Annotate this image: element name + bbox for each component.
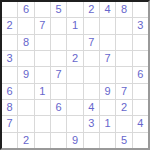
cell-r4c4[interactable] [51, 51, 66, 66]
cell-r9c9[interactable] [133, 133, 148, 148]
cell-r2c7[interactable] [100, 18, 115, 33]
cell-r4c1[interactable]: 3 [2, 51, 17, 66]
cell-r7c1[interactable]: 8 [2, 100, 17, 115]
cell-r5c7[interactable] [100, 67, 115, 82]
cell-r5c4[interactable]: 7 [51, 67, 66, 82]
cell-r3c5[interactable] [67, 35, 82, 50]
cell-r8c3[interactable] [35, 116, 50, 131]
cell-r9c1[interactable] [2, 133, 17, 148]
cell-r1c4[interactable]: 5 [51, 2, 66, 17]
cell-r1c7[interactable]: 4 [100, 2, 115, 17]
cell-r7c6[interactable]: 4 [84, 100, 99, 115]
cell-r9c3[interactable] [35, 133, 50, 148]
cell-r4c8[interactable] [116, 51, 131, 66]
cell-r7c3[interactable] [35, 100, 50, 115]
cell-r5c5[interactable] [67, 67, 82, 82]
cell-r3c3[interactable] [35, 35, 50, 50]
cell-r6c8[interactable]: 7 [116, 84, 131, 99]
cell-r9c7[interactable] [100, 133, 115, 148]
cell-r9c8[interactable]: 5 [116, 133, 131, 148]
cell-r7c7[interactable] [100, 100, 115, 115]
cell-r9c4[interactable] [51, 133, 66, 148]
cell-r8c4[interactable] [51, 116, 66, 131]
cell-r1c5[interactable] [67, 2, 82, 17]
cell-r3c8[interactable] [116, 35, 131, 50]
cell-r7c2[interactable] [18, 100, 33, 115]
cell-r2c2[interactable] [18, 18, 33, 33]
cell-r2c6[interactable] [84, 18, 99, 33]
cell-r3c6[interactable]: 7 [84, 35, 99, 50]
cell-r3c2[interactable]: 8 [18, 35, 33, 50]
cell-r5c9[interactable]: 6 [133, 67, 148, 82]
cell-r8c1[interactable]: 7 [2, 116, 17, 131]
cell-r7c8[interactable]: 2 [116, 100, 131, 115]
cell-r5c1[interactable] [2, 67, 17, 82]
cell-r4c3[interactable] [35, 51, 50, 66]
cell-r7c4[interactable]: 6 [51, 100, 66, 115]
cell-r4c7[interactable]: 7 [100, 51, 115, 66]
cell-r8c8[interactable] [116, 116, 131, 131]
cell-r4c2[interactable] [18, 51, 33, 66]
cell-r2c4[interactable] [51, 18, 66, 33]
cell-r9c6[interactable] [84, 133, 99, 148]
cell-r1c1[interactable] [2, 2, 17, 17]
cell-r1c3[interactable] [35, 2, 50, 17]
cell-r8c7[interactable]: 1 [100, 116, 115, 131]
cell-r6c1[interactable]: 6 [2, 84, 17, 99]
cell-r1c8[interactable]: 8 [116, 2, 131, 17]
cell-r8c5[interactable] [67, 116, 82, 131]
cell-r5c2[interactable]: 9 [18, 67, 33, 82]
cell-r6c3[interactable]: 1 [35, 84, 50, 99]
cell-r3c7[interactable] [100, 35, 115, 50]
cell-r1c2[interactable]: 6 [18, 2, 33, 17]
cell-r6c4[interactable] [51, 84, 66, 99]
cell-r3c4[interactable] [51, 35, 66, 50]
cell-r3c9[interactable] [133, 35, 148, 50]
cell-r8c6[interactable]: 3 [84, 116, 99, 131]
cell-r5c8[interactable] [116, 67, 131, 82]
cell-r8c2[interactable] [18, 116, 33, 131]
cell-r4c9[interactable] [133, 51, 148, 66]
cell-r6c7[interactable]: 9 [100, 84, 115, 99]
cell-r2c8[interactable] [116, 18, 131, 33]
cell-r5c3[interactable] [35, 67, 50, 82]
cell-r2c5[interactable]: 1 [67, 18, 82, 33]
cell-r7c9[interactable] [133, 100, 148, 115]
cell-r6c9[interactable] [133, 84, 148, 99]
cell-r1c9[interactable] [133, 2, 148, 17]
cell-r2c1[interactable]: 2 [2, 18, 17, 33]
cell-r6c2[interactable] [18, 84, 33, 99]
cell-r5c6[interactable] [84, 67, 99, 82]
cell-r2c3[interactable]: 7 [35, 18, 50, 33]
cell-r9c5[interactable]: 9 [67, 133, 82, 148]
cell-r8c9[interactable]: 4 [133, 116, 148, 131]
cell-r9c2[interactable]: 2 [18, 133, 33, 148]
cell-r6c6[interactable] [84, 84, 99, 99]
sudoku-board: 65248271387327976619786427314295 [0, 0, 150, 150]
cell-r4c5[interactable]: 2 [67, 51, 82, 66]
cell-r2c9[interactable]: 3 [133, 18, 148, 33]
cell-r7c5[interactable] [67, 100, 82, 115]
cell-r6c5[interactable] [67, 84, 82, 99]
cell-r4c6[interactable] [84, 51, 99, 66]
cell-r1c6[interactable]: 2 [84, 2, 99, 17]
cell-r3c1[interactable] [2, 35, 17, 50]
